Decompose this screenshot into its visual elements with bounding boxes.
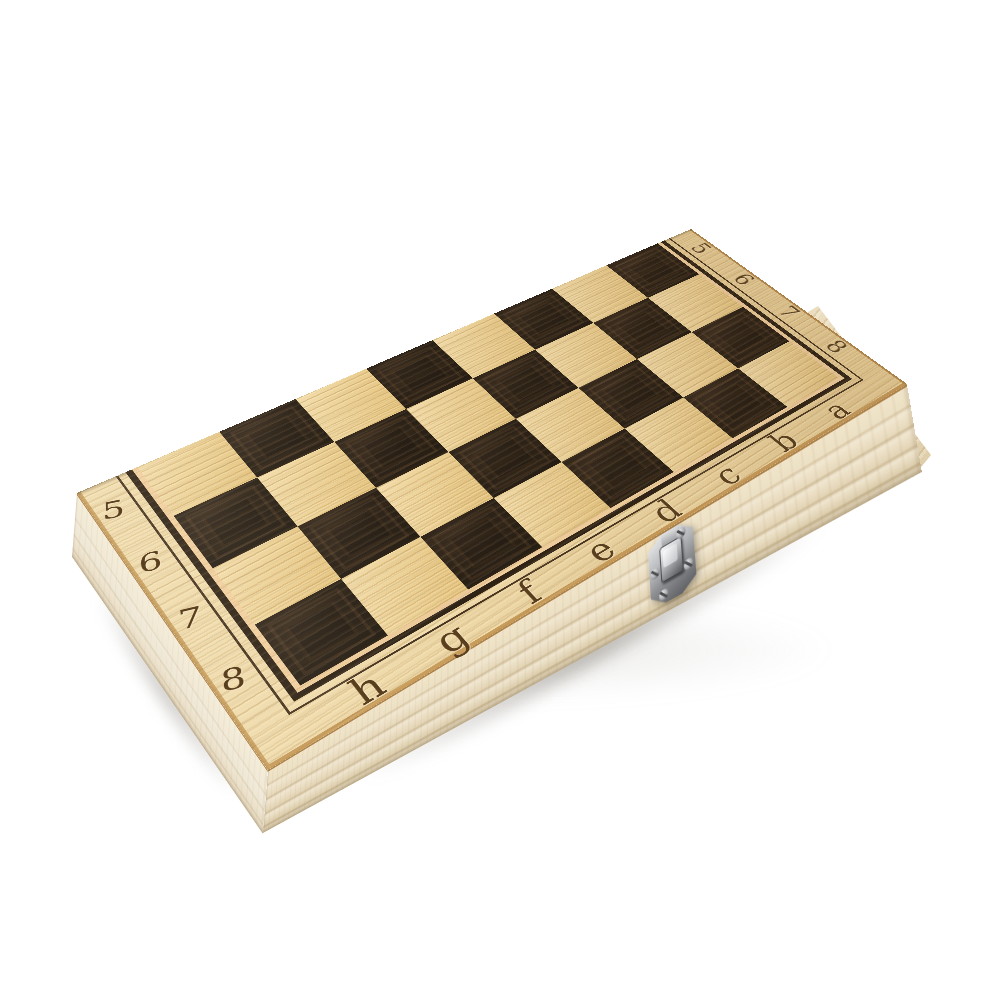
rank-label-left-5: 5 <box>101 494 125 525</box>
latch-toggle-facet <box>662 543 677 568</box>
product-photo-scene: 5678 5678 hgfedcba <box>0 0 1000 1000</box>
rank-label-left-8: 8 <box>219 659 248 699</box>
rank-label-left-6: 6 <box>138 545 164 579</box>
file-label-f: f <box>509 575 549 612</box>
rank-label-left-7: 7 <box>177 600 204 637</box>
